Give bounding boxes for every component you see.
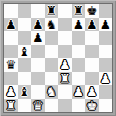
black-king-piece[interactable]: ♚ [86, 4, 97, 17]
square-d2[interactable]: ♞ [45, 85, 59, 99]
square-c4[interactable] [31, 58, 45, 72]
square-a2[interactable]: ♟ [4, 85, 18, 99]
chess-board: ♜♜♚♟♟♞♟♟♟♟♝♛♟♜♟♟♝♞♟♟♜♛♚ [3, 3, 113, 113]
square-f8[interactable]: ♜ [72, 4, 86, 18]
square-a1[interactable]: ♜ [4, 99, 18, 113]
square-e8[interactable] [58, 4, 72, 18]
square-f4[interactable] [72, 58, 86, 72]
square-g1[interactable]: ♚ [85, 99, 99, 113]
square-a3[interactable] [4, 72, 18, 86]
square-f3[interactable] [72, 72, 86, 86]
square-a6[interactable] [4, 31, 18, 45]
square-b8[interactable] [18, 4, 32, 18]
black-bishop-piece[interactable]: ♝ [19, 45, 30, 58]
square-d3[interactable] [45, 72, 59, 86]
square-c2[interactable] [31, 85, 45, 99]
square-b3[interactable] [18, 72, 32, 86]
square-e7[interactable] [58, 18, 72, 32]
square-h3[interactable]: ♟ [99, 72, 113, 86]
square-g3[interactable] [85, 72, 99, 86]
square-f1[interactable] [72, 99, 86, 113]
black-pawn-piece[interactable]: ♟ [100, 18, 111, 31]
white-king-piece[interactable]: ♚ [86, 99, 97, 112]
square-c3[interactable] [31, 72, 45, 86]
square-e4[interactable]: ♟ [58, 58, 72, 72]
square-a7[interactable]: ♟ [4, 18, 18, 32]
square-c1[interactable]: ♛ [31, 99, 45, 113]
square-b1[interactable] [18, 99, 32, 113]
square-f5[interactable] [72, 45, 86, 59]
square-h6[interactable] [99, 31, 113, 45]
square-g2[interactable]: ♟ [85, 85, 99, 99]
square-c6[interactable]: ♟ [31, 31, 45, 45]
square-a4[interactable]: ♛ [4, 58, 18, 72]
white-pawn-piece[interactable]: ♟ [73, 85, 84, 98]
square-f7[interactable]: ♟ [72, 18, 86, 32]
white-pawn-piece[interactable]: ♟ [86, 85, 97, 98]
black-knight-piece[interactable]: ♞ [46, 18, 57, 31]
black-pawn-piece[interactable]: ♟ [32, 18, 43, 31]
white-pawn-piece[interactable]: ♟ [5, 85, 16, 98]
square-e1[interactable] [58, 99, 72, 113]
black-queen-piece[interactable]: ♛ [5, 58, 16, 71]
square-b6[interactable] [18, 31, 32, 45]
square-d1[interactable] [45, 99, 59, 113]
square-e3[interactable]: ♜ [58, 72, 72, 86]
white-rook-piece[interactable]: ♜ [5, 99, 16, 112]
black-pawn-piece[interactable]: ♟ [32, 31, 43, 44]
square-c7[interactable]: ♟ [31, 18, 45, 32]
square-e5[interactable] [58, 45, 72, 59]
square-d8[interactable]: ♜ [45, 4, 59, 18]
square-h4[interactable] [99, 58, 113, 72]
white-rook-piece[interactable]: ♜ [59, 72, 70, 85]
square-b5[interactable]: ♝ [18, 45, 32, 59]
square-b4[interactable] [18, 58, 32, 72]
square-g4[interactable] [85, 58, 99, 72]
square-h8[interactable] [99, 4, 113, 18]
square-a5[interactable] [4, 45, 18, 59]
square-h7[interactable]: ♟ [99, 18, 113, 32]
square-b2[interactable]: ♝ [18, 85, 32, 99]
black-pawn-piece[interactable]: ♟ [73, 18, 84, 31]
chess-board-frame: ♜♜♚♟♟♞♟♟♟♟♝♛♟♜♟♟♝♞♟♟♜♛♚ [0, 0, 116, 116]
square-d4[interactable] [45, 58, 59, 72]
square-c5[interactable] [31, 45, 45, 59]
white-knight-piece[interactable]: ♞ [46, 85, 57, 98]
square-d6[interactable] [45, 31, 59, 45]
square-c8[interactable] [31, 4, 45, 18]
square-h2[interactable] [99, 85, 113, 99]
white-pawn-piece[interactable]: ♟ [100, 72, 111, 85]
square-h5[interactable] [99, 45, 113, 59]
square-f6[interactable] [72, 31, 86, 45]
square-g6[interactable] [85, 31, 99, 45]
black-bishop-piece[interactable]: ♝ [19, 85, 30, 98]
square-g5[interactable] [85, 45, 99, 59]
white-pawn-piece[interactable]: ♟ [59, 58, 70, 71]
square-e6[interactable] [58, 31, 72, 45]
square-d7[interactable]: ♞ [45, 18, 59, 32]
square-d5[interactable] [45, 45, 59, 59]
black-rook-piece[interactable]: ♜ [73, 4, 84, 17]
square-e2[interactable] [58, 85, 72, 99]
square-a8[interactable] [4, 4, 18, 18]
black-pawn-piece[interactable]: ♟ [86, 18, 97, 31]
square-g8[interactable]: ♚ [85, 4, 99, 18]
square-b7[interactable] [18, 18, 32, 32]
black-pawn-piece[interactable]: ♟ [5, 18, 16, 31]
white-queen-piece[interactable]: ♛ [32, 99, 43, 112]
square-f2[interactable]: ♟ [72, 85, 86, 99]
square-h1[interactable] [99, 99, 113, 113]
black-rook-piece[interactable]: ♜ [46, 4, 57, 17]
square-g7[interactable]: ♟ [85, 18, 99, 32]
